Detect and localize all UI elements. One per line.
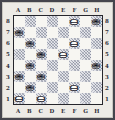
square-c1[interactable]: ⛀ [36, 93, 47, 104]
black-man-h4: ⛂ [91, 60, 102, 71]
rank-label-left-4: 4 [6, 63, 10, 69]
square-b1[interactable] [25, 93, 36, 104]
rank-label-left-8: 8 [6, 18, 10, 24]
rank-label-left-2: 2 [6, 85, 10, 91]
black-man-b4: ⛂ [25, 60, 36, 71]
square-b6[interactable]: ⛂ [25, 38, 36, 49]
square-d3[interactable] [47, 71, 58, 82]
square-g7[interactable] [80, 27, 91, 38]
square-a6[interactable] [14, 38, 25, 49]
square-d2[interactable] [47, 82, 58, 93]
square-g5[interactable] [80, 49, 91, 60]
square-e1[interactable] [58, 93, 69, 104]
black-man-a3: ⛂ [14, 71, 25, 82]
square-h3[interactable] [91, 71, 102, 82]
file-label-top-c: C [35, 7, 46, 13]
square-g8[interactable] [80, 16, 91, 27]
file-label-bottom-h: H [91, 108, 102, 114]
file-label-top-a: A [13, 7, 24, 13]
square-d6[interactable] [47, 38, 58, 49]
square-d5[interactable] [47, 49, 58, 60]
file-labels-top: ABCDEFGH [13, 4, 103, 15]
black-man-a7: ⛂ [14, 27, 25, 38]
rank-label-left-1: 1 [6, 96, 10, 102]
rank-label-right-3: 3 [105, 74, 109, 80]
square-h1[interactable] [91, 93, 102, 104]
square-c7[interactable] [36, 27, 47, 38]
white-man-c1: ⛀ [36, 93, 47, 104]
checkers-diagram: ABCDEFGH 87654321 ⛀⛂⛂⛂⛀⛂⛀⛂⛂⛂⛂⛂⛀⛀⛀ 876543… [0, 0, 115, 120]
black-man-c3: ⛂ [36, 71, 47, 82]
white-man-f2: ⛀ [69, 82, 80, 93]
square-c5[interactable]: ⛂ [36, 49, 47, 60]
square-b4[interactable]: ⛂ [25, 60, 36, 71]
square-h4[interactable]: ⛂ [91, 60, 102, 71]
checkers-board: ⛀⛂⛂⛂⛀⛂⛀⛂⛂⛂⛂⛂⛀⛀⛀ [13, 15, 103, 105]
square-f2[interactable]: ⛀ [69, 82, 80, 93]
square-e5[interactable]: ⛀ [58, 49, 69, 60]
white-man-f8: ⛀ [69, 16, 80, 27]
square-d7[interactable] [47, 27, 58, 38]
diagram-grid: ABCDEFGH 87654321 ⛀⛂⛂⛂⛀⛂⛀⛂⛂⛂⛂⛂⛀⛀⛀ 876543… [4, 4, 112, 116]
rank-labels-right: 87654321 [103, 15, 112, 105]
square-c8[interactable] [36, 16, 47, 27]
square-f8[interactable]: ⛀ [69, 16, 80, 27]
white-man-f6: ⛀ [69, 38, 80, 49]
square-a5[interactable] [14, 49, 25, 60]
rank-label-right-4: 4 [105, 63, 109, 69]
square-e4[interactable] [58, 60, 69, 71]
square-a3[interactable]: ⛂ [14, 71, 25, 82]
file-label-top-d: D [46, 7, 57, 13]
rank-label-left-3: 3 [6, 74, 10, 80]
square-a7[interactable]: ⛂ [14, 27, 25, 38]
square-g1[interactable] [80, 93, 91, 104]
file-label-top-h: H [91, 7, 102, 13]
file-label-bottom-c: C [35, 108, 46, 114]
square-f5[interactable] [69, 49, 80, 60]
square-d8[interactable] [47, 16, 58, 27]
square-c3[interactable]: ⛂ [36, 71, 47, 82]
square-b2[interactable]: ⛂ [25, 82, 36, 93]
file-label-top-b: B [24, 7, 35, 13]
square-h2[interactable] [91, 82, 102, 93]
square-g6[interactable] [80, 38, 91, 49]
square-g3[interactable] [80, 71, 91, 82]
file-label-top-g: G [80, 7, 91, 13]
square-b8[interactable] [25, 16, 36, 27]
square-f6[interactable]: ⛀ [69, 38, 80, 49]
black-man-b6: ⛂ [25, 38, 36, 49]
square-f1[interactable] [69, 93, 80, 104]
rank-label-right-7: 7 [105, 29, 109, 35]
square-h6[interactable] [91, 38, 102, 49]
white-man-a1: ⛀ [14, 93, 25, 104]
square-e8[interactable] [58, 16, 69, 27]
file-label-bottom-e: E [58, 108, 69, 114]
black-man-c5: ⛂ [36, 49, 47, 60]
square-e7[interactable] [58, 27, 69, 38]
file-label-bottom-b: B [24, 108, 35, 114]
square-h8[interactable]: ⛂ [91, 16, 102, 27]
rank-label-right-2: 2 [105, 85, 109, 91]
file-label-bottom-g: G [80, 108, 91, 114]
square-e2[interactable] [58, 82, 69, 93]
rank-labels-left: 87654321 [4, 15, 13, 105]
file-label-bottom-d: D [46, 108, 57, 114]
rank-label-right-8: 8 [105, 18, 109, 24]
file-labels-bottom: ABCDEFGH [13, 105, 103, 116]
file-label-bottom-a: A [13, 108, 24, 114]
rank-label-left-7: 7 [6, 29, 10, 35]
square-g4[interactable] [80, 60, 91, 71]
file-label-top-f: F [69, 7, 80, 13]
file-label-top-e: E [58, 7, 69, 13]
black-man-b2: ⛂ [25, 82, 36, 93]
square-h7[interactable] [91, 27, 102, 38]
square-f4[interactable] [69, 60, 80, 71]
square-d1[interactable] [47, 93, 58, 104]
file-label-bottom-f: F [69, 108, 80, 114]
rank-label-left-6: 6 [6, 40, 10, 46]
rank-label-right-5: 5 [105, 51, 109, 57]
square-g2[interactable] [80, 82, 91, 93]
rank-label-right-1: 1 [105, 96, 109, 102]
rank-label-right-6: 6 [105, 40, 109, 46]
square-a1[interactable]: ⛀ [14, 93, 25, 104]
black-man-h8: ⛂ [91, 16, 102, 27]
square-d4[interactable] [47, 60, 58, 71]
square-e3[interactable] [58, 71, 69, 82]
rank-label-left-5: 5 [6, 51, 10, 57]
white-man-e5: ⛀ [58, 49, 69, 60]
